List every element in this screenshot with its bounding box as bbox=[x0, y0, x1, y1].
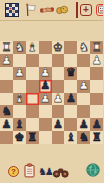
piece-bR: ♜ bbox=[27, 132, 37, 144]
piece-bP: ♟ bbox=[1, 119, 11, 131]
piece-wP: ♟ bbox=[40, 93, 50, 105]
square-f4[interactable] bbox=[26, 80, 39, 93]
clipboard-icon bbox=[24, 163, 35, 181]
square-h2[interactable]: ♟ bbox=[0, 54, 13, 67]
toolbar-divider bbox=[76, 2, 78, 18]
square-b1[interactable]: ♞ bbox=[77, 41, 90, 54]
square-f1[interactable]: ♝ bbox=[26, 41, 39, 54]
help-button[interactable]: ? bbox=[8, 166, 19, 177]
square-b5[interactable] bbox=[77, 93, 90, 106]
top-toolbar: + bbox=[0, 0, 103, 21]
piece-bN: ♞ bbox=[79, 132, 89, 144]
square-g8[interactable]: ♚ bbox=[13, 131, 26, 144]
piece-wP: ♟ bbox=[79, 80, 89, 92]
piece-bP: ♟ bbox=[66, 93, 76, 105]
piece-wK: ♚ bbox=[53, 42, 63, 54]
piece-bP: ♟ bbox=[40, 80, 50, 92]
piece-bP: ♟ bbox=[91, 119, 101, 131]
square-b2[interactable] bbox=[77, 54, 90, 67]
square-h8[interactable] bbox=[0, 131, 13, 144]
square-h4[interactable] bbox=[0, 80, 13, 93]
notation-button[interactable] bbox=[24, 164, 35, 179]
piece-bP: ♟ bbox=[79, 119, 89, 131]
piece-bP: ♟ bbox=[53, 119, 63, 131]
games-list-button[interactable] bbox=[96, 4, 103, 16]
square-h7[interactable]: ♟ bbox=[0, 118, 13, 131]
observe-button[interactable] bbox=[53, 168, 69, 178]
square-g5[interactable]: ♝ bbox=[13, 93, 26, 106]
online-button[interactable] bbox=[86, 164, 100, 178]
square-d1[interactable]: ♚ bbox=[52, 41, 65, 54]
square-c1[interactable] bbox=[64, 41, 77, 54]
square-e1[interactable] bbox=[39, 41, 52, 54]
draw-offer-button[interactable] bbox=[40, 3, 54, 17]
square-c6[interactable] bbox=[64, 105, 77, 118]
binoculars-icon bbox=[53, 166, 69, 181]
add-game-button[interactable]: + bbox=[80, 4, 92, 16]
piece-wP: ♟ bbox=[40, 67, 50, 79]
piece-wP: ♟ bbox=[91, 55, 101, 67]
square-a4[interactable] bbox=[90, 80, 103, 93]
question-mark-icon: ? bbox=[11, 168, 16, 176]
square-a2[interactable]: ♟ bbox=[90, 54, 103, 67]
square-d5[interactable]: ♟ bbox=[52, 93, 65, 106]
square-f5[interactable] bbox=[26, 93, 39, 106]
piece-bK: ♚ bbox=[14, 132, 24, 144]
piece-bB: ♝ bbox=[14, 119, 24, 131]
square-g1[interactable]: ♞ bbox=[13, 41, 26, 54]
square-e6[interactable] bbox=[39, 105, 52, 118]
handshake-icon bbox=[40, 3, 54, 17]
square-c3[interactable]: ♛ bbox=[64, 67, 77, 80]
square-d3[interactable] bbox=[52, 67, 65, 80]
piece-bR: ♜ bbox=[91, 132, 101, 144]
square-a8[interactable]: ♜ bbox=[90, 131, 103, 144]
globe-icon bbox=[86, 163, 100, 180]
board-view-button[interactable] bbox=[5, 3, 19, 17]
square-e5[interactable]: ♟ bbox=[39, 93, 52, 106]
plus-icon: + bbox=[83, 5, 89, 15]
resign-button[interactable] bbox=[24, 3, 38, 17]
square-a3[interactable] bbox=[90, 67, 103, 80]
square-d8[interactable] bbox=[52, 131, 65, 144]
piece-wR: ♜ bbox=[1, 42, 11, 54]
square-e7[interactable] bbox=[39, 118, 52, 131]
square-c5[interactable]: ♟ bbox=[64, 93, 77, 106]
square-f6[interactable] bbox=[26, 105, 39, 118]
gold-hands-button[interactable] bbox=[55, 3, 69, 17]
piece-bQ: ♛ bbox=[66, 67, 76, 79]
chessboard-icon bbox=[5, 3, 19, 17]
square-g3[interactable]: ♟ bbox=[13, 67, 26, 80]
pieces-icon: ♞♟ bbox=[38, 166, 52, 177]
pieces-button[interactable]: ♞♟ bbox=[37, 165, 53, 178]
square-b8[interactable]: ♞ bbox=[77, 131, 90, 144]
square-a1[interactable]: ♜ bbox=[90, 41, 103, 54]
flag-icon bbox=[24, 3, 38, 17]
square-d7[interactable]: ♟ bbox=[52, 118, 65, 131]
square-c8[interactable]: ♝ bbox=[64, 131, 77, 144]
square-h3[interactable] bbox=[0, 67, 13, 80]
board: ♜♞♝♚♞♜♟♟♟♟♛♟♟♝♟♟♟♞♟♝♟♟♟♚♜♝♞♜ bbox=[0, 41, 103, 144]
games-grid-icon bbox=[98, 5, 104, 14]
gold-hands-icon bbox=[55, 3, 69, 17]
square-f3[interactable] bbox=[26, 67, 39, 80]
piece-wB: ♝ bbox=[27, 42, 37, 54]
piece-wP: ♟ bbox=[14, 67, 24, 79]
piece-wN: ♞ bbox=[14, 42, 24, 54]
square-e8[interactable] bbox=[39, 131, 52, 144]
square-a5[interactable] bbox=[90, 93, 103, 106]
piece-wR: ♜ bbox=[91, 42, 101, 54]
square-f2[interactable] bbox=[26, 54, 39, 67]
piece-wP: ♟ bbox=[53, 93, 63, 105]
piece-wN: ♞ bbox=[79, 42, 89, 54]
square-h1[interactable]: ♜ bbox=[0, 41, 13, 54]
piece-wP: ♟ bbox=[1, 55, 11, 67]
square-b4[interactable]: ♟ bbox=[77, 80, 90, 93]
square-d2[interactable] bbox=[52, 54, 65, 67]
piece-bN: ♞ bbox=[1, 106, 11, 118]
piece-bB: ♝ bbox=[66, 132, 76, 144]
piece-wB: ♝ bbox=[14, 93, 24, 105]
square-f8[interactable]: ♜ bbox=[26, 131, 39, 144]
